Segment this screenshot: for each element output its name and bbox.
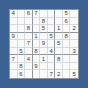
- cell-r4c8[interactable]: 8: [63, 33, 71, 41]
- cell-r2c8[interactable]: 6: [63, 18, 71, 26]
- cell-r3c6[interactable]: [48, 25, 56, 33]
- cell-r3c5[interactable]: 5: [40, 25, 48, 33]
- cell-r5c5[interactable]: 9: [40, 40, 48, 48]
- cell-r4c1[interactable]: 9: [10, 33, 18, 41]
- cell-r4c7[interactable]: [55, 33, 63, 41]
- cell-r3c4[interactable]: [33, 25, 41, 33]
- cell-r8c3[interactable]: [25, 63, 33, 71]
- sudoku-board: 4675868512915879558437418896725: [9, 9, 79, 79]
- cell-r2c9[interactable]: [70, 18, 78, 26]
- cell-r4c2[interactable]: [18, 33, 26, 41]
- cell-r8c5[interactable]: [40, 63, 48, 71]
- cell-r3c3[interactable]: 8: [25, 25, 33, 33]
- cell-r6c1[interactable]: [10, 48, 18, 56]
- cell-r9c9[interactable]: 5: [70, 70, 78, 78]
- cell-r6c2[interactable]: 5: [18, 48, 26, 56]
- cell-r6c4[interactable]: 8: [33, 48, 41, 56]
- cell-r9c2[interactable]: 6: [18, 70, 26, 78]
- app-background: { "game": "sudoku", "grid_size": "9x9", …: [0, 0, 88, 88]
- cell-r1c3[interactable]: 6: [25, 10, 33, 18]
- cell-r6c5[interactable]: [40, 48, 48, 56]
- cell-r5c6[interactable]: [48, 40, 56, 48]
- cell-r5c7[interactable]: 5: [55, 40, 63, 48]
- cell-r7c7[interactable]: 8: [55, 55, 63, 63]
- cell-r1c6[interactable]: [48, 10, 56, 18]
- cell-r3c7[interactable]: 1: [55, 25, 63, 33]
- cell-r7c2[interactable]: [18, 55, 26, 63]
- cell-r8c9[interactable]: [70, 63, 78, 71]
- cell-r3c1[interactable]: [10, 25, 18, 33]
- cell-r6c3[interactable]: [25, 48, 33, 56]
- cell-r4c9[interactable]: [70, 33, 78, 41]
- cell-r8c6[interactable]: [48, 63, 56, 71]
- cell-r9c6[interactable]: 7: [48, 70, 56, 78]
- cell-r6c6[interactable]: 4: [48, 48, 56, 56]
- cell-r9c1[interactable]: [10, 70, 18, 78]
- cell-r6c7[interactable]: [55, 48, 63, 56]
- cell-r6c8[interactable]: [63, 48, 71, 56]
- cell-r4c4[interactable]: 1: [33, 33, 41, 41]
- cell-r3c9[interactable]: 2: [70, 25, 78, 33]
- cell-r4c6[interactable]: 5: [48, 33, 56, 41]
- cell-r1c1[interactable]: 4: [10, 10, 18, 18]
- cell-r7c5[interactable]: 1: [40, 55, 48, 63]
- cell-r8c7[interactable]: [55, 63, 63, 71]
- cell-r2c3[interactable]: [25, 18, 33, 26]
- cell-r5c2[interactable]: [18, 40, 26, 48]
- cell-r6c9[interactable]: 3: [70, 48, 78, 56]
- cell-r5c8[interactable]: [63, 40, 71, 48]
- cell-r1c7[interactable]: [55, 10, 63, 18]
- cell-r8c4[interactable]: 9: [33, 63, 41, 71]
- cell-r1c5[interactable]: [40, 10, 48, 18]
- cell-r5c9[interactable]: [70, 40, 78, 48]
- cell-r2c5[interactable]: 8: [40, 18, 48, 26]
- cell-r1c4[interactable]: 7: [33, 10, 41, 18]
- cell-r5c3[interactable]: 7: [25, 40, 33, 48]
- cell-r1c9[interactable]: [70, 10, 78, 18]
- cell-r7c4[interactable]: [33, 55, 41, 63]
- cell-r9c5[interactable]: [40, 70, 48, 78]
- cell-r4c3[interactable]: [25, 33, 33, 41]
- cell-r2c7[interactable]: [55, 18, 63, 26]
- cell-r4c5[interactable]: [40, 33, 48, 41]
- cell-r7c6[interactable]: [48, 55, 56, 63]
- cell-r9c4[interactable]: [33, 70, 41, 78]
- cell-r8c8[interactable]: [63, 63, 71, 71]
- cell-r2c2[interactable]: [18, 18, 26, 26]
- cell-r8c1[interactable]: [10, 63, 18, 71]
- cell-r3c2[interactable]: [18, 25, 26, 33]
- cell-r7c8[interactable]: [63, 55, 71, 63]
- cell-r7c1[interactable]: 7: [10, 55, 18, 63]
- cell-r9c3[interactable]: [25, 70, 33, 78]
- cell-r2c1[interactable]: [10, 18, 18, 26]
- cell-r5c4[interactable]: [33, 40, 41, 48]
- cell-r2c6[interactable]: [48, 18, 56, 26]
- cell-r2c4[interactable]: [33, 18, 41, 26]
- cell-r7c3[interactable]: 4: [25, 55, 33, 63]
- cell-r8c2[interactable]: 8: [18, 63, 26, 71]
- cell-r1c2[interactable]: [18, 10, 26, 18]
- cell-r5c1[interactable]: [10, 40, 18, 48]
- cell-r9c8[interactable]: [63, 70, 71, 78]
- cell-r7c9[interactable]: [70, 55, 78, 63]
- cell-r9c7[interactable]: 2: [55, 70, 63, 78]
- cell-r1c8[interactable]: 5: [63, 10, 71, 18]
- cell-r3c8[interactable]: [63, 25, 71, 33]
